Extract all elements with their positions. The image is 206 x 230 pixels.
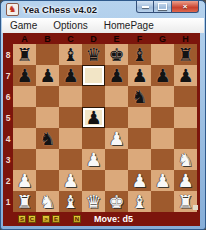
- square-a7[interactable]: ♟: [13, 65, 36, 86]
- square-a4[interactable]: [13, 128, 36, 149]
- square-a2[interactable]: ♟: [13, 170, 36, 191]
- status-button-3[interactable]: >: [42, 215, 50, 223]
- resize-grip[interactable]: [193, 205, 198, 210]
- nav-buttons: SC>EN: [18, 215, 83, 223]
- minimize-button[interactable]: [136, 1, 154, 13]
- file-label-c: C: [59, 34, 82, 44]
- square-h2[interactable]: ♟: [174, 170, 197, 191]
- piece-white-knight: ♞: [36, 191, 59, 212]
- square-f5[interactable]: [128, 107, 151, 128]
- status-button-2[interactable]: C: [28, 215, 36, 223]
- square-f8[interactable]: ♝: [128, 44, 151, 65]
- square-h4[interactable]: [174, 128, 197, 149]
- piece-black-pawn: ♟: [82, 107, 105, 128]
- square-g1[interactable]: [151, 191, 174, 212]
- square-e3[interactable]: [105, 149, 128, 170]
- square-e1[interactable]: ♚: [105, 191, 128, 212]
- square-d1[interactable]: ♛: [82, 191, 105, 212]
- square-b1[interactable]: ♞: [36, 191, 59, 212]
- piece-black-knight: ♞: [128, 86, 151, 107]
- rank-label-5: 5: [3, 113, 13, 123]
- piece-white-pawn: ♟: [59, 170, 82, 191]
- piece-black-rook: ♜: [13, 44, 36, 65]
- piece-white-pawn: ♟: [174, 170, 197, 191]
- square-e6[interactable]: [105, 86, 128, 107]
- file-label-b: B: [36, 34, 59, 44]
- square-c8[interactable]: ♝: [59, 44, 82, 65]
- square-h5[interactable]: [174, 107, 197, 128]
- square-g6[interactable]: [151, 86, 174, 107]
- square-b3[interactable]: [36, 149, 59, 170]
- file-label-g: G: [151, 34, 174, 44]
- piece-black-pawn: ♟: [174, 65, 197, 86]
- square-h8[interactable]: ♜: [174, 44, 197, 65]
- square-h7[interactable]: ♟: [174, 65, 197, 86]
- piece-white-pawn: ♟: [82, 149, 105, 170]
- piece-black-pawn: ♟: [128, 65, 151, 86]
- square-b7[interactable]: ♟: [36, 65, 59, 86]
- chess-board: ♜♝♛♚♝♜♟♟♟♟♟♟♟♞♟♞♟♟♞♟♟♟♟♟♜♞♝♛♚♝♜: [13, 44, 197, 212]
- app-icon: ♞: [6, 3, 19, 16]
- maximize-button[interactable]: [154, 1, 172, 13]
- rank-label-6: 6: [3, 92, 13, 102]
- file-label-a: A: [13, 34, 36, 44]
- title-bar[interactable]: ♞ Yea Chess v4.02 ×: [1, 1, 205, 18]
- piece-white-queen: ♛: [82, 191, 105, 212]
- rank-label-8: 8: [3, 50, 13, 60]
- piece-black-queen: ♛: [82, 44, 105, 65]
- square-h6[interactable]: [174, 86, 197, 107]
- close-icon: ×: [183, 2, 188, 11]
- board-body: 87654321 ♜♝♛♚♝♜♟♟♟♟♟♟♟♞♟♞♟♟♞♟♟♟♟♟♜♞♝♛♚♝♜: [3, 44, 200, 212]
- square-c6[interactable]: [59, 86, 82, 107]
- rank-label-7: 7: [3, 71, 13, 81]
- rank-label-1: 1: [3, 197, 13, 207]
- square-g4[interactable]: [151, 128, 174, 149]
- menu-bar: Game Options HomePage: [2, 18, 204, 33]
- menu-item-options[interactable]: Options: [45, 18, 95, 33]
- square-f2[interactable]: ♟: [128, 170, 151, 191]
- square-e4[interactable]: ♟: [105, 128, 128, 149]
- square-g5[interactable]: [151, 107, 174, 128]
- piece-black-bishop: ♝: [59, 44, 82, 65]
- square-b6[interactable]: [36, 86, 59, 107]
- square-g8[interactable]: [151, 44, 174, 65]
- square-e7[interactable]: ♟: [105, 65, 128, 86]
- menu-item-homepage[interactable]: HomePage: [96, 18, 162, 33]
- square-a3[interactable]: [13, 149, 36, 170]
- maximize-icon: [158, 3, 167, 10]
- rank-label-3: 3: [3, 155, 13, 165]
- piece-black-pawn: ♟: [36, 65, 59, 86]
- square-g2[interactable]: ♟: [151, 170, 174, 191]
- square-f3[interactable]: [128, 149, 151, 170]
- square-c7[interactable]: ♟: [59, 65, 82, 86]
- piece-white-bishop: ♝: [128, 191, 151, 212]
- square-a1[interactable]: ♜: [13, 191, 36, 212]
- square-c2[interactable]: ♟: [59, 170, 82, 191]
- square-c4[interactable]: [59, 128, 82, 149]
- square-d4[interactable]: [82, 128, 105, 149]
- square-e5[interactable]: [105, 107, 128, 128]
- square-g7[interactable]: ♟: [151, 65, 174, 86]
- square-f1[interactable]: ♝: [128, 191, 151, 212]
- square-e2[interactable]: [105, 170, 128, 191]
- square-g3[interactable]: [151, 149, 174, 170]
- piece-black-pawn: ♟: [13, 65, 36, 86]
- rank-labels: 87654321: [3, 44, 13, 212]
- piece-black-bishop: ♝: [128, 44, 151, 65]
- file-label-d: D: [82, 34, 105, 44]
- square-f6[interactable]: ♞: [128, 86, 151, 107]
- piece-white-rook: ♜: [13, 191, 36, 212]
- square-f4[interactable]: [128, 128, 151, 149]
- rank-label-2: 2: [3, 176, 13, 186]
- file-label-e: E: [105, 34, 128, 44]
- minimize-icon: [142, 6, 149, 8]
- menu-item-game[interactable]: Game: [2, 18, 45, 33]
- square-d8[interactable]: ♛: [82, 44, 105, 65]
- square-f7[interactable]: ♟: [128, 65, 151, 86]
- square-b5[interactable]: [36, 107, 59, 128]
- move-indicator: Move: d5: [94, 214, 133, 224]
- board-frame: ABCDEFGH 87654321 ♜♝♛♚♝♜♟♟♟♟♟♟♟♞♟♞♟♟♞♟♟♟…: [3, 33, 200, 226]
- window-controls: ×: [136, 1, 199, 13]
- piece-white-pawn: ♟: [151, 170, 174, 191]
- square-b8[interactable]: [36, 44, 59, 65]
- square-a5[interactable]: [13, 107, 36, 128]
- status-button-5[interactable]: N: [73, 215, 81, 223]
- status-button-1[interactable]: S: [18, 215, 26, 223]
- piece-white-pawn: ♟: [105, 128, 128, 149]
- close-button[interactable]: ×: [172, 1, 199, 13]
- square-d7[interactable]: [82, 65, 105, 86]
- square-d6[interactable]: [82, 86, 105, 107]
- piece-white-pawn: ♟: [13, 170, 36, 191]
- square-c3[interactable]: [59, 149, 82, 170]
- piece-white-pawn: ♟: [128, 170, 151, 191]
- window-title: Yea Chess v4.02: [23, 4, 97, 15]
- piece-white-king: ♚: [105, 191, 128, 212]
- square-e8[interactable]: ♚: [105, 44, 128, 65]
- square-a8[interactable]: ♜: [13, 44, 36, 65]
- piece-white-bishop: ♝: [59, 191, 82, 212]
- file-label-h: H: [174, 34, 197, 44]
- square-c1[interactable]: ♝: [59, 191, 82, 212]
- piece-black-rook: ♜: [174, 44, 197, 65]
- piece-black-king: ♚: [105, 44, 128, 65]
- square-c5[interactable]: [59, 107, 82, 128]
- file-label-f: F: [128, 34, 151, 44]
- app-window: ♞ Yea Chess v4.02 × Game Options HomePag…: [0, 0, 206, 230]
- piece-black-knight: ♞: [36, 128, 59, 149]
- square-b2[interactable]: [36, 170, 59, 191]
- rank-label-4: 4: [3, 134, 13, 144]
- square-h3[interactable]: ♞: [174, 149, 197, 170]
- piece-black-pawn: ♟: [151, 65, 174, 86]
- square-a6[interactable]: [13, 86, 36, 107]
- square-d3[interactable]: ♟: [82, 149, 105, 170]
- file-labels: ABCDEFGH: [13, 33, 200, 44]
- status-button-4[interactable]: E: [52, 215, 60, 223]
- square-b4[interactable]: ♞: [36, 128, 59, 149]
- square-d2[interactable]: [82, 170, 105, 191]
- square-d5[interactable]: ♟: [82, 107, 105, 128]
- status-bar: SC>EN Move: d5: [3, 212, 200, 226]
- piece-white-knight: ♞: [174, 149, 197, 170]
- piece-black-pawn: ♟: [105, 65, 128, 86]
- piece-black-pawn: ♟: [59, 65, 82, 86]
